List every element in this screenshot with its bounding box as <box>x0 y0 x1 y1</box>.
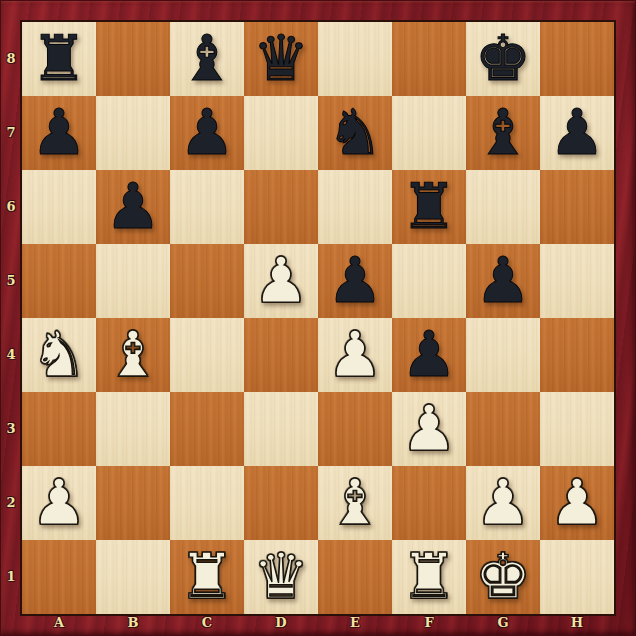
rank-label-3: 3 <box>0 392 22 466</box>
square-a1[interactable] <box>22 540 96 614</box>
square-f7[interactable] <box>392 96 466 170</box>
piece-white-pawn-f3[interactable]: ♟ <box>401 392 457 466</box>
square-f2[interactable] <box>392 466 466 540</box>
square-e2[interactable]: ♝ <box>318 466 392 540</box>
square-c5[interactable] <box>170 244 244 318</box>
piece-black-pawn-a7[interactable]: ♟ <box>31 96 87 170</box>
square-c7[interactable]: ♟ <box>170 96 244 170</box>
square-e6[interactable] <box>318 170 392 244</box>
rank-label-1: 1 <box>0 540 22 614</box>
square-h6[interactable] <box>540 170 614 244</box>
piece-white-pawn-h2[interactable]: ♟ <box>549 466 605 540</box>
piece-black-queen-d8[interactable]: ♛ <box>253 22 309 96</box>
square-f3[interactable]: ♟ <box>392 392 466 466</box>
square-d5[interactable]: ♟ <box>244 244 318 318</box>
rank-label-8: 8 <box>0 22 22 96</box>
square-c4[interactable] <box>170 318 244 392</box>
square-g8[interactable]: ♚ <box>466 22 540 96</box>
piece-white-pawn-d5[interactable]: ♟ <box>253 244 309 318</box>
square-a4[interactable]: ♞ <box>22 318 96 392</box>
square-c8[interactable]: ♝ <box>170 22 244 96</box>
file-label-g: G <box>466 612 540 636</box>
square-g6[interactable] <box>466 170 540 244</box>
file-label-f: F <box>392 612 466 636</box>
square-e1[interactable] <box>318 540 392 614</box>
square-g2[interactable]: ♟ <box>466 466 540 540</box>
square-h1[interactable] <box>540 540 614 614</box>
file-label-d: D <box>244 612 318 636</box>
square-b3[interactable] <box>96 392 170 466</box>
piece-black-king-g8[interactable]: ♚ <box>475 22 531 96</box>
piece-white-knight-a4[interactable]: ♞ <box>31 318 87 392</box>
piece-white-pawn-a2[interactable]: ♟ <box>31 466 87 540</box>
square-e8[interactable] <box>318 22 392 96</box>
square-h4[interactable] <box>540 318 614 392</box>
square-h2[interactable]: ♟ <box>540 466 614 540</box>
square-d3[interactable] <box>244 392 318 466</box>
square-f8[interactable] <box>392 22 466 96</box>
piece-white-pawn-e4[interactable]: ♟ <box>327 318 383 392</box>
piece-black-pawn-h7[interactable]: ♟ <box>549 96 605 170</box>
rank-label-2: 2 <box>0 466 22 540</box>
piece-black-pawn-e5[interactable]: ♟ <box>327 244 383 318</box>
square-a5[interactable] <box>22 244 96 318</box>
piece-white-rook-f1[interactable]: ♜ <box>401 540 457 614</box>
file-label-e: E <box>318 612 392 636</box>
square-g1[interactable]: ♚ <box>466 540 540 614</box>
square-b8[interactable] <box>96 22 170 96</box>
square-g3[interactable] <box>466 392 540 466</box>
square-h3[interactable] <box>540 392 614 466</box>
piece-white-king-g1[interactable]: ♚ <box>475 540 531 614</box>
square-d1[interactable]: ♛ <box>244 540 318 614</box>
square-a7[interactable]: ♟ <box>22 96 96 170</box>
file-label-c: C <box>170 612 244 636</box>
rank-label-5: 5 <box>0 244 22 318</box>
square-d7[interactable] <box>244 96 318 170</box>
piece-black-bishop-g7[interactable]: ♝ <box>475 96 531 170</box>
square-b2[interactable] <box>96 466 170 540</box>
piece-black-pawn-f4[interactable]: ♟ <box>401 318 457 392</box>
piece-black-rook-f6[interactable]: ♜ <box>401 170 457 244</box>
square-c3[interactable] <box>170 392 244 466</box>
square-b7[interactable] <box>96 96 170 170</box>
square-e4[interactable]: ♟ <box>318 318 392 392</box>
square-c1[interactable]: ♜ <box>170 540 244 614</box>
square-d4[interactable] <box>244 318 318 392</box>
square-b6[interactable]: ♟ <box>96 170 170 244</box>
square-d8[interactable]: ♛ <box>244 22 318 96</box>
square-a2[interactable]: ♟ <box>22 466 96 540</box>
piece-white-bishop-e2[interactable]: ♝ <box>327 466 383 540</box>
square-b4[interactable]: ♝ <box>96 318 170 392</box>
square-a6[interactable] <box>22 170 96 244</box>
chess-board: ♜♝♛♚♟♟♞♝♟♟♜♟♟♟♞♝♟♟♟♟♝♟♟♜♛♜♚ <box>22 22 614 614</box>
piece-black-pawn-c7[interactable]: ♟ <box>179 96 235 170</box>
square-b5[interactable] <box>96 244 170 318</box>
piece-black-rook-a8[interactable]: ♜ <box>31 22 87 96</box>
file-label-h: H <box>540 612 614 636</box>
square-h7[interactable]: ♟ <box>540 96 614 170</box>
piece-white-bishop-b4[interactable]: ♝ <box>105 318 161 392</box>
square-h5[interactable] <box>540 244 614 318</box>
piece-white-queen-d1[interactable]: ♛ <box>253 540 309 614</box>
piece-black-bishop-c8[interactable]: ♝ <box>179 22 235 96</box>
square-f5[interactable] <box>392 244 466 318</box>
square-a8[interactable]: ♜ <box>22 22 96 96</box>
square-b1[interactable] <box>96 540 170 614</box>
square-d2[interactable] <box>244 466 318 540</box>
board-frame: ♜♝♛♚♟♟♞♝♟♟♜♟♟♟♞♝♟♟♟♟♝♟♟♜♛♜♚ 87654321 ABC… <box>0 0 636 636</box>
rank-label-7: 7 <box>0 96 22 170</box>
square-c2[interactable] <box>170 466 244 540</box>
square-a3[interactable] <box>22 392 96 466</box>
piece-black-pawn-b6[interactable]: ♟ <box>105 170 161 244</box>
square-d6[interactable] <box>244 170 318 244</box>
square-h8[interactable] <box>540 22 614 96</box>
rank-label-4: 4 <box>0 318 22 392</box>
square-f1[interactable]: ♜ <box>392 540 466 614</box>
square-g4[interactable] <box>466 318 540 392</box>
square-f6[interactable]: ♜ <box>392 170 466 244</box>
file-label-b: B <box>96 612 170 636</box>
piece-white-rook-c1[interactable]: ♜ <box>179 540 235 614</box>
square-e5[interactable]: ♟ <box>318 244 392 318</box>
square-e7[interactable]: ♞ <box>318 96 392 170</box>
piece-white-pawn-g2[interactable]: ♟ <box>475 466 531 540</box>
piece-black-knight-e7[interactable]: ♞ <box>327 96 383 170</box>
square-g7[interactable]: ♝ <box>466 96 540 170</box>
square-f4[interactable]: ♟ <box>392 318 466 392</box>
rank-label-6: 6 <box>0 170 22 244</box>
square-e3[interactable] <box>318 392 392 466</box>
square-c6[interactable] <box>170 170 244 244</box>
piece-black-pawn-g5[interactable]: ♟ <box>475 244 531 318</box>
square-g5[interactable]: ♟ <box>466 244 540 318</box>
file-label-a: A <box>22 612 96 636</box>
